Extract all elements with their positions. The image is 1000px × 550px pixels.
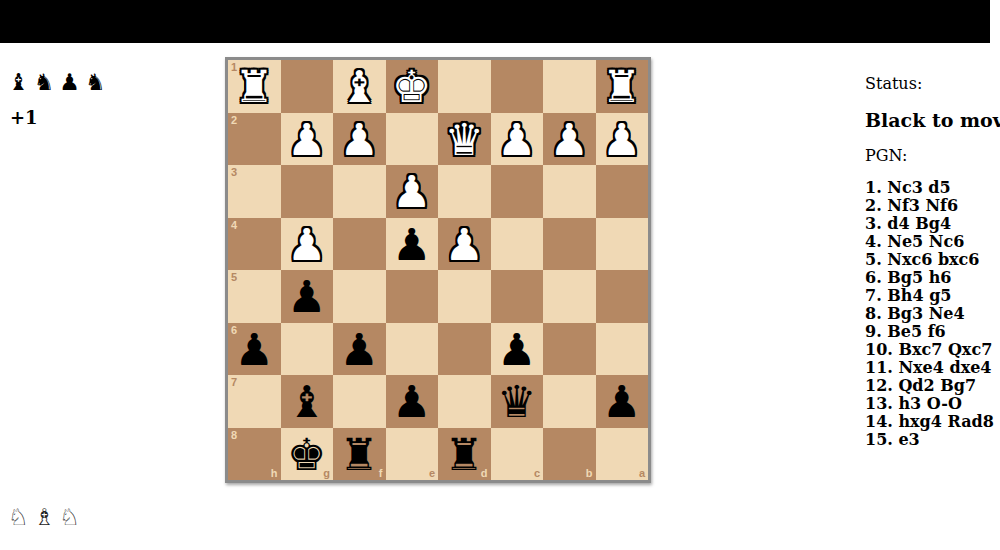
square-e2[interactable] [386, 113, 439, 166]
square-d6[interactable] [438, 323, 491, 376]
square-b7[interactable] [543, 375, 596, 428]
black-pawn: ♟ [333, 323, 386, 376]
black-pawn: ♟ [386, 218, 439, 271]
black-rook: ♜ [333, 428, 386, 481]
square-e5[interactable] [386, 270, 439, 323]
white-pawn: ♟ [543, 113, 596, 166]
white-pawn: ♟ [333, 113, 386, 166]
square-c4[interactable] [491, 218, 544, 271]
square-a3[interactable] [596, 165, 649, 218]
rank-label-7: 7 [231, 376, 237, 388]
square-b2[interactable]: ♟ [543, 113, 596, 166]
rank-label-6: 6 [231, 324, 237, 336]
status-label: Status: [865, 74, 999, 94]
file-label-d: d [481, 467, 488, 479]
white-pawn: ♟ [281, 218, 334, 271]
rank-label-4: 4 [231, 219, 237, 231]
white-pawn: ♟ [438, 218, 491, 271]
square-d4[interactable]: ♟ [438, 218, 491, 271]
white-pawn: ♟ [596, 113, 649, 166]
square-d7[interactable] [438, 375, 491, 428]
file-label-a: a [639, 467, 645, 479]
move-row: 4. Ne5 Nc6 [865, 233, 999, 251]
black-queen: ♛ [491, 375, 544, 428]
square-g5[interactable]: ♟ [281, 270, 334, 323]
rank-label-5: 5 [231, 271, 237, 283]
square-h7[interactable]: 7 [228, 375, 281, 428]
square-c3[interactable] [491, 165, 544, 218]
square-d8[interactable]: d♜ [438, 428, 491, 481]
square-e3[interactable]: ♟ [386, 165, 439, 218]
square-e8[interactable]: e [386, 428, 439, 481]
square-b3[interactable] [543, 165, 596, 218]
black-pawn: ♟ [386, 375, 439, 428]
square-c8[interactable]: c [491, 428, 544, 481]
square-h3[interactable]: 3 [228, 165, 281, 218]
file-label-g: g [323, 467, 330, 479]
captured-white-knight-icon: ♘ [8, 503, 29, 531]
square-c1[interactable] [491, 60, 544, 113]
square-a1[interactable]: ♜ [596, 60, 649, 113]
move-row: 11. Nxe4 dxe4 [865, 359, 999, 377]
move-row: 9. Be5 f6 [865, 323, 999, 341]
square-c7[interactable]: ♛ [491, 375, 544, 428]
move-row: 3. d4 Bg4 [865, 215, 999, 233]
move-row: 8. Bg3 Ne4 [865, 305, 999, 323]
rank-label-8: 8 [231, 429, 237, 441]
captured-white-knight-icon: ♘ [59, 503, 80, 531]
white-queen: ♛ [438, 113, 491, 166]
captured-black-pawn-icon: ♟ [59, 68, 80, 96]
top-banner [0, 0, 990, 43]
white-pawn: ♟ [491, 113, 544, 166]
move-row: 6. Bg5 h6 [865, 269, 999, 287]
move-row: 14. hxg4 Rad8 [865, 413, 999, 431]
square-a4[interactable] [596, 218, 649, 271]
captured-white-bishop-icon: ♗ [34, 503, 55, 531]
captured-black-knight-icon: ♞ [85, 68, 106, 96]
square-g4[interactable]: ♟ [281, 218, 334, 271]
square-e4[interactable]: ♟ [386, 218, 439, 271]
chess-app-page: ♝♞♟♞ +1 1♜♝♚♜2♟♟♛♟♟♟3♟4♟♟♟5♟6♟♟♟7♝♟♛♟8hg… [0, 0, 1000, 550]
square-d3[interactable] [438, 165, 491, 218]
square-a7[interactable]: ♟ [596, 375, 649, 428]
move-row: 7. Bh4 g5 [865, 287, 999, 305]
rank-label-3: 3 [231, 166, 237, 178]
square-f7[interactable] [333, 375, 386, 428]
rank-label-1: 1 [231, 61, 237, 73]
square-c5[interactable] [491, 270, 544, 323]
square-g1[interactable] [281, 60, 334, 113]
square-e1[interactable]: ♚ [386, 60, 439, 113]
file-label-h: h [271, 467, 278, 479]
square-b8[interactable]: b [543, 428, 596, 481]
square-e7[interactable]: ♟ [386, 375, 439, 428]
square-h8[interactable]: 8h [228, 428, 281, 481]
rank-label-2: 2 [231, 114, 237, 126]
square-f8[interactable]: f♜ [333, 428, 386, 481]
white-rook: ♜ [596, 60, 649, 113]
move-row: 2. Nf3 Nf6 [865, 197, 999, 215]
square-a8[interactable]: a [596, 428, 649, 481]
square-d1[interactable] [438, 60, 491, 113]
square-a2[interactable]: ♟ [596, 113, 649, 166]
move-row: 1. Nc3 d5 [865, 179, 999, 197]
square-f3[interactable] [333, 165, 386, 218]
captured-white-pieces-tray: ♘♗♘ [8, 503, 80, 531]
white-bishop: ♝ [333, 60, 386, 113]
white-pawn: ♟ [281, 113, 334, 166]
square-a5[interactable] [596, 270, 649, 323]
square-f6[interactable]: ♟ [333, 323, 386, 376]
square-g6[interactable] [281, 323, 334, 376]
square-d5[interactable] [438, 270, 491, 323]
chess-board: 1♜♝♚♜2♟♟♛♟♟♟3♟4♟♟♟5♟6♟♟♟7♝♟♛♟8hg♚f♜ed♜cb… [225, 57, 651, 483]
white-pawn: ♟ [386, 165, 439, 218]
move-list: 1. Nc3 d52. Nf3 Nf63. d4 Bg44. Ne5 Nc65.… [865, 179, 999, 449]
square-h6[interactable]: 6♟ [228, 323, 281, 376]
square-b1[interactable] [543, 60, 596, 113]
captured-black-bishop-icon: ♝ [8, 68, 29, 96]
move-row: 5. Nxc6 bxc6 [865, 251, 999, 269]
square-g2[interactable]: ♟ [281, 113, 334, 166]
black-pawn: ♟ [491, 323, 544, 376]
status-value: Black to move [865, 108, 999, 132]
square-b5[interactable] [543, 270, 596, 323]
black-pawn: ♟ [281, 270, 334, 323]
square-f2[interactable]: ♟ [333, 113, 386, 166]
move-row: 12. Qd2 Bg7 [865, 377, 999, 395]
square-e6[interactable] [386, 323, 439, 376]
square-d2[interactable]: ♛ [438, 113, 491, 166]
move-row: 15. e3 [865, 431, 999, 449]
square-a6[interactable] [596, 323, 649, 376]
square-g7[interactable]: ♝ [281, 375, 334, 428]
square-h1[interactable]: 1♜ [228, 60, 281, 113]
game-info-panel: Status: Black to move PGN: 1. Nc3 d52. N… [865, 74, 999, 449]
move-row: 13. h3 O-O [865, 395, 999, 413]
move-row: 10. Bxc7 Qxc7 [865, 341, 999, 359]
white-king: ♚ [386, 60, 439, 113]
square-c6[interactable]: ♟ [491, 323, 544, 376]
square-g8[interactable]: g♚ [281, 428, 334, 481]
file-label-c: c [534, 467, 540, 479]
square-f5[interactable] [333, 270, 386, 323]
square-h2[interactable]: 2 [228, 113, 281, 166]
square-g3[interactable] [281, 165, 334, 218]
file-label-f: f [379, 467, 383, 479]
square-h5[interactable]: 5 [228, 270, 281, 323]
square-f4[interactable] [333, 218, 386, 271]
black-pawn: ♟ [596, 375, 649, 428]
square-b4[interactable] [543, 218, 596, 271]
black-bishop: ♝ [281, 375, 334, 428]
square-h4[interactable]: 4 [228, 218, 281, 271]
square-f1[interactable]: ♝ [333, 60, 386, 113]
material-advantage: +1 [10, 107, 38, 128]
captured-black-knight-icon: ♞ [34, 68, 55, 96]
captured-black-pieces-tray: ♝♞♟♞ [8, 68, 106, 96]
square-b6[interactable] [543, 323, 596, 376]
file-label-e: e [429, 467, 435, 479]
file-label-b: b [586, 467, 593, 479]
square-c2[interactable]: ♟ [491, 113, 544, 166]
pgn-label: PGN: [865, 146, 999, 166]
